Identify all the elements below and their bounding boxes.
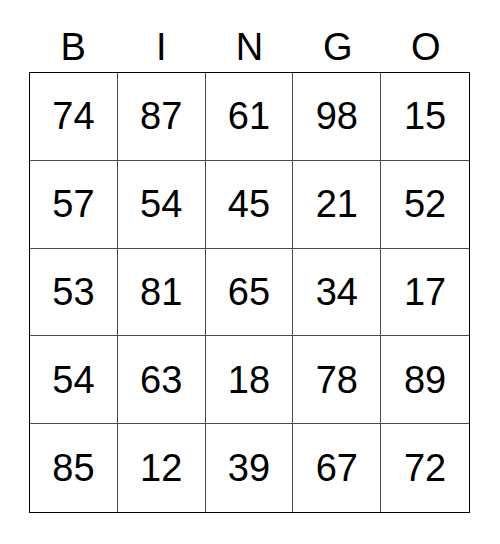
header-letter-b: B [29, 14, 117, 70]
bingo-cell[interactable]: 72 [381, 424, 469, 512]
header-letter-n: N [205, 14, 293, 70]
bingo-cell[interactable]: 54 [30, 336, 118, 424]
bingo-cell[interactable]: 54 [118, 161, 206, 249]
bingo-cell[interactable]: 61 [206, 73, 294, 161]
bingo-cell[interactable]: 21 [293, 161, 381, 249]
bingo-cell[interactable]: 39 [206, 424, 294, 512]
bingo-cell[interactable]: 34 [293, 249, 381, 337]
bingo-cell[interactable]: 67 [293, 424, 381, 512]
bingo-cell[interactable]: 12 [118, 424, 206, 512]
bingo-cell[interactable]: 52 [381, 161, 469, 249]
bingo-cell[interactable]: 53 [30, 249, 118, 337]
bingo-cell[interactable]: 81 [118, 249, 206, 337]
header-letter-i: I [117, 14, 205, 70]
header-letter-g: G [294, 14, 382, 70]
bingo-cell[interactable]: 65 [206, 249, 294, 337]
bingo-cell[interactable]: 85 [30, 424, 118, 512]
bingo-cell[interactable]: 87 [118, 73, 206, 161]
bingo-cell[interactable]: 63 [118, 336, 206, 424]
bingo-cell[interactable]: 57 [30, 161, 118, 249]
bingo-cell[interactable]: 89 [381, 336, 469, 424]
bingo-cell[interactable]: 74 [30, 73, 118, 161]
bingo-cell[interactable]: 15 [381, 73, 469, 161]
bingo-cell[interactable]: 78 [293, 336, 381, 424]
bingo-cell[interactable]: 17 [381, 249, 469, 337]
bingo-card: B I N G O 748761981557544521525381653417… [0, 0, 500, 544]
bingo-header-row: B I N G O [29, 14, 470, 70]
bingo-cell[interactable]: 45 [206, 161, 294, 249]
bingo-cell[interactable]: 98 [293, 73, 381, 161]
header-letter-o: O [382, 14, 470, 70]
bingo-cell[interactable]: 18 [206, 336, 294, 424]
bingo-grid: 7487619815575445215253816534175463187889… [29, 72, 470, 513]
